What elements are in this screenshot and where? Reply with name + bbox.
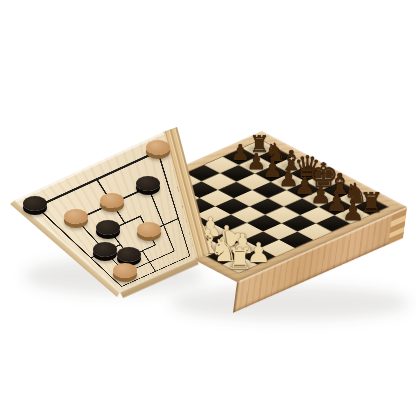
morris-piece-light-d6 — [100, 193, 124, 208]
morris-piece-light-g7 — [146, 140, 170, 155]
morris-piece-light-e4 — [137, 222, 161, 237]
morris-piece-black-b4 — [93, 242, 117, 257]
morris-piece-black-c5 — [96, 220, 120, 235]
product-photo-wooden-game-set: { "scene": { "description": "Overhead-an… — [0, 0, 416, 416]
morris-board — [15, 132, 196, 292]
morris-lid-layer — [0, 0, 416, 416]
